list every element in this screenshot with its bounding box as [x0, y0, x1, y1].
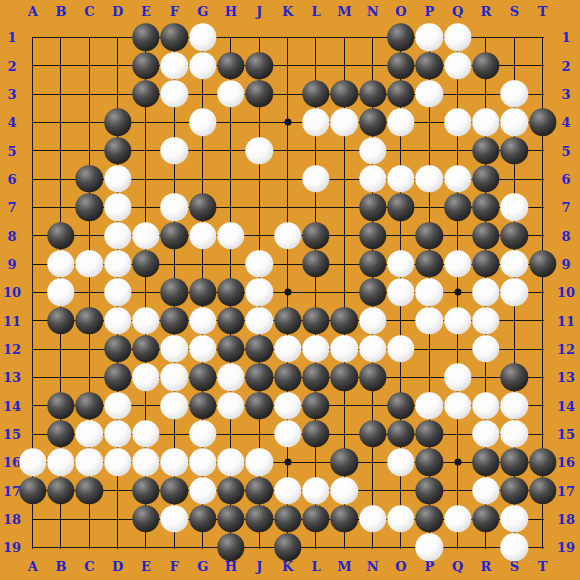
column-label-top-A: A	[28, 5, 38, 18]
column-label-bottom-J: J	[256, 560, 262, 573]
column-label-top-E: E	[141, 5, 151, 18]
row-label-right-19: 19	[557, 541, 575, 554]
column-label-bottom-P: P	[424, 560, 434, 573]
black-stone-T17	[529, 477, 556, 504]
row-label-right-18: 18	[557, 512, 575, 525]
row-label-right-9: 9	[561, 257, 570, 270]
column-label-bottom-L: L	[311, 560, 320, 573]
row-label-left-13: 13	[3, 371, 21, 384]
row-label-left-4: 4	[7, 116, 16, 129]
row-label-left-10: 10	[3, 286, 21, 299]
white-stone-P19	[416, 534, 443, 561]
row-label-right-4: 4	[561, 116, 570, 129]
column-label-top-C: C	[84, 5, 94, 18]
row-label-right-11: 11	[557, 314, 575, 327]
row-label-left-5: 5	[7, 144, 16, 157]
black-stone-H19	[217, 534, 244, 561]
row-label-left-2: 2	[7, 59, 16, 72]
column-label-bottom-F: F	[170, 560, 179, 573]
row-label-left-14: 14	[3, 399, 21, 412]
row-label-right-14: 14	[557, 399, 575, 412]
black-stone-T4	[529, 109, 556, 136]
row-label-left-15: 15	[3, 427, 21, 440]
column-label-top-D: D	[112, 5, 123, 18]
column-label-top-O: O	[395, 5, 406, 18]
column-label-top-K: K	[282, 5, 293, 18]
column-label-bottom-D: D	[112, 560, 123, 573]
black-stone-T16	[529, 449, 556, 476]
column-label-bottom-G: G	[197, 560, 208, 573]
row-label-right-5: 5	[561, 144, 570, 157]
row-label-left-18: 18	[3, 512, 21, 525]
star-point-K16	[284, 459, 291, 466]
row-label-left-7: 7	[7, 201, 16, 214]
row-label-left-11: 11	[3, 314, 21, 327]
column-label-top-G: G	[197, 5, 208, 18]
column-label-top-L: L	[311, 5, 320, 18]
row-label-left-9: 9	[7, 257, 16, 270]
column-label-top-Q: Q	[452, 5, 463, 18]
row-label-right-8: 8	[561, 229, 570, 242]
column-label-bottom-B: B	[56, 560, 67, 573]
row-label-right-2: 2	[561, 59, 570, 72]
row-label-left-8: 8	[7, 229, 16, 242]
column-label-bottom-E: E	[141, 560, 151, 573]
column-label-bottom-H: H	[225, 560, 237, 573]
row-label-left-12: 12	[3, 342, 21, 355]
star-point-Q16	[454, 459, 461, 466]
column-label-bottom-M: M	[337, 560, 351, 573]
column-label-top-M: M	[337, 5, 351, 18]
go-board-screenshot: AABBCCDDEEFFGGHHJJKKLLMMNNOOPPQQRRSSTT11…	[0, 0, 580, 580]
column-label-top-J: J	[256, 5, 262, 18]
row-label-right-1: 1	[561, 31, 570, 44]
row-label-right-13: 13	[557, 371, 575, 384]
row-label-right-7: 7	[561, 201, 570, 214]
column-label-bottom-A: A	[28, 560, 38, 573]
star-point-K4	[284, 119, 291, 126]
column-label-top-S: S	[510, 5, 519, 18]
star-point-K10	[284, 289, 291, 296]
column-label-bottom-R: R	[481, 560, 492, 573]
row-label-left-19: 19	[3, 541, 21, 554]
row-label-right-10: 10	[557, 286, 575, 299]
column-label-bottom-N: N	[367, 560, 379, 573]
column-label-top-P: P	[424, 5, 434, 18]
row-label-right-12: 12	[557, 342, 575, 355]
row-label-right-15: 15	[557, 427, 575, 440]
row-label-right-17: 17	[557, 484, 575, 497]
row-label-right-3: 3	[561, 87, 570, 100]
black-stone-K19	[274, 534, 301, 561]
column-label-bottom-Q: Q	[452, 560, 463, 573]
row-label-left-6: 6	[7, 172, 16, 185]
column-label-top-H: H	[225, 5, 237, 18]
column-label-top-R: R	[481, 5, 492, 18]
row-label-right-6: 6	[561, 172, 570, 185]
black-stone-T9	[529, 250, 556, 277]
row-label-left-3: 3	[7, 87, 16, 100]
column-label-top-T: T	[538, 5, 548, 18]
column-label-bottom-C: C	[84, 560, 94, 573]
column-label-bottom-K: K	[282, 560, 293, 573]
column-label-top-N: N	[367, 5, 379, 18]
column-label-bottom-T: T	[538, 560, 548, 573]
row-label-right-16: 16	[557, 456, 575, 469]
row-label-left-1: 1	[7, 31, 16, 44]
column-label-top-B: B	[56, 5, 67, 18]
white-stone-S19	[501, 534, 528, 561]
star-point-Q10	[454, 289, 461, 296]
column-label-bottom-S: S	[510, 560, 519, 573]
column-label-bottom-O: O	[395, 560, 406, 573]
column-label-top-F: F	[170, 5, 179, 18]
